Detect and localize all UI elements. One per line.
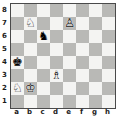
file-label-h: h: [101, 108, 114, 117]
square-c4: [37, 56, 50, 69]
square-c3: [37, 69, 50, 82]
file-label-d: d: [49, 108, 62, 117]
file-label-g: g: [88, 108, 101, 117]
square-c8: [37, 4, 50, 17]
square-g8: [89, 4, 102, 17]
chess-diagram: 87654321 ♘♙♞♚♗♘♔ abcdefgh: [0, 0, 118, 118]
square-f1: [76, 95, 89, 108]
square-d4: [50, 56, 63, 69]
square-f5: [76, 43, 89, 56]
square-b6: [24, 30, 37, 43]
square-h3: [102, 69, 115, 82]
square-g4: [89, 56, 102, 69]
square-f7: [76, 17, 89, 30]
file-label-b: b: [23, 108, 36, 117]
square-e8: [63, 4, 76, 17]
square-b8: [24, 4, 37, 17]
rank-label-8: 8: [0, 3, 9, 16]
rank-label-4: 4: [0, 55, 9, 68]
square-b4: [24, 56, 37, 69]
square-e6: [63, 30, 76, 43]
square-c7: [37, 17, 50, 30]
square-g7: [89, 17, 102, 30]
white-bishop-d3: ♗: [51, 69, 62, 82]
square-e1: [63, 95, 76, 108]
square-c5: [37, 43, 50, 56]
rank-label-3: 3: [0, 68, 9, 81]
square-b7: ♘: [24, 17, 37, 30]
square-g6: [89, 30, 102, 43]
file-labels: abcdefgh: [10, 108, 116, 117]
square-f4: [76, 56, 89, 69]
square-c1: [37, 95, 50, 108]
black-king-a4: ♚: [12, 56, 23, 69]
square-e4: [63, 56, 76, 69]
square-h8: [102, 4, 115, 17]
square-d6: [50, 30, 63, 43]
square-d8: [50, 4, 63, 17]
square-d2: [50, 82, 63, 95]
square-h5: [102, 43, 115, 56]
square-b5: [24, 43, 37, 56]
square-a7: [11, 17, 24, 30]
square-g5: [89, 43, 102, 56]
white-knight-a2: ♘: [12, 82, 23, 95]
square-a6: [11, 30, 24, 43]
square-h4: [102, 56, 115, 69]
white-pawn-e7: ♙: [64, 17, 75, 30]
black-knight-c6: ♞: [38, 30, 49, 43]
rank-label-5: 5: [0, 42, 9, 55]
white-king-b2: ♔: [25, 82, 36, 95]
square-g3: [89, 69, 102, 82]
square-f2: [76, 82, 89, 95]
square-a3: [11, 69, 24, 82]
rank-label-7: 7: [0, 16, 9, 29]
white-knight-b7: ♘: [25, 17, 36, 30]
square-d7: [50, 17, 63, 30]
rank-label-6: 6: [0, 29, 9, 42]
square-e3: [63, 69, 76, 82]
square-g1: [89, 95, 102, 108]
square-b2: ♔: [24, 82, 37, 95]
rank-label-2: 2: [0, 81, 9, 94]
chess-board: ♘♙♞♚♗♘♔: [10, 3, 116, 109]
square-e2: [63, 82, 76, 95]
square-a5: [11, 43, 24, 56]
square-c6: ♞: [37, 30, 50, 43]
file-label-c: c: [36, 108, 49, 117]
square-c2: [37, 82, 50, 95]
square-a2: ♘: [11, 82, 24, 95]
square-h6: [102, 30, 115, 43]
square-f6: [76, 30, 89, 43]
square-h1: [102, 95, 115, 108]
square-f3: [76, 69, 89, 82]
square-e7: ♙: [63, 17, 76, 30]
square-h2: [102, 82, 115, 95]
square-g2: [89, 82, 102, 95]
rank-labels: 87654321: [0, 3, 9, 109]
square-h7: [102, 17, 115, 30]
square-a4: ♚: [11, 56, 24, 69]
square-f8: [76, 4, 89, 17]
square-d1: [50, 95, 63, 108]
square-a1: [11, 95, 24, 108]
file-label-a: a: [10, 108, 23, 117]
square-d3: ♗: [50, 69, 63, 82]
square-a8: [11, 4, 24, 17]
file-label-e: e: [62, 108, 75, 117]
rank-label-1: 1: [0, 94, 9, 107]
file-label-f: f: [75, 108, 88, 117]
square-b1: [24, 95, 37, 108]
square-b3: [24, 69, 37, 82]
square-d5: [50, 43, 63, 56]
square-e5: [63, 43, 76, 56]
